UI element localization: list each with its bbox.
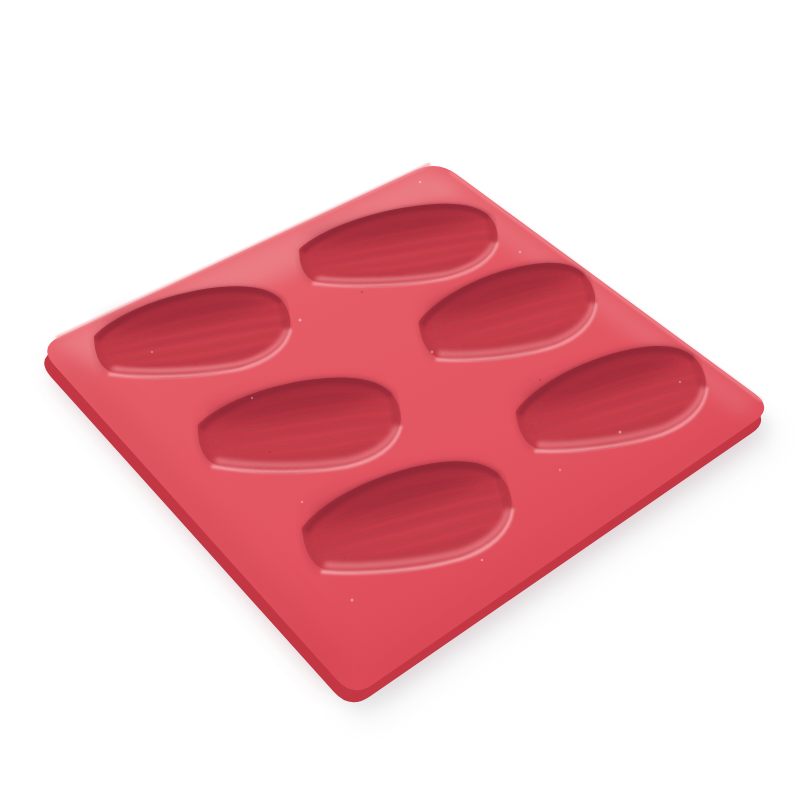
product-photo [0,0,800,800]
mold-svg [0,0,800,800]
